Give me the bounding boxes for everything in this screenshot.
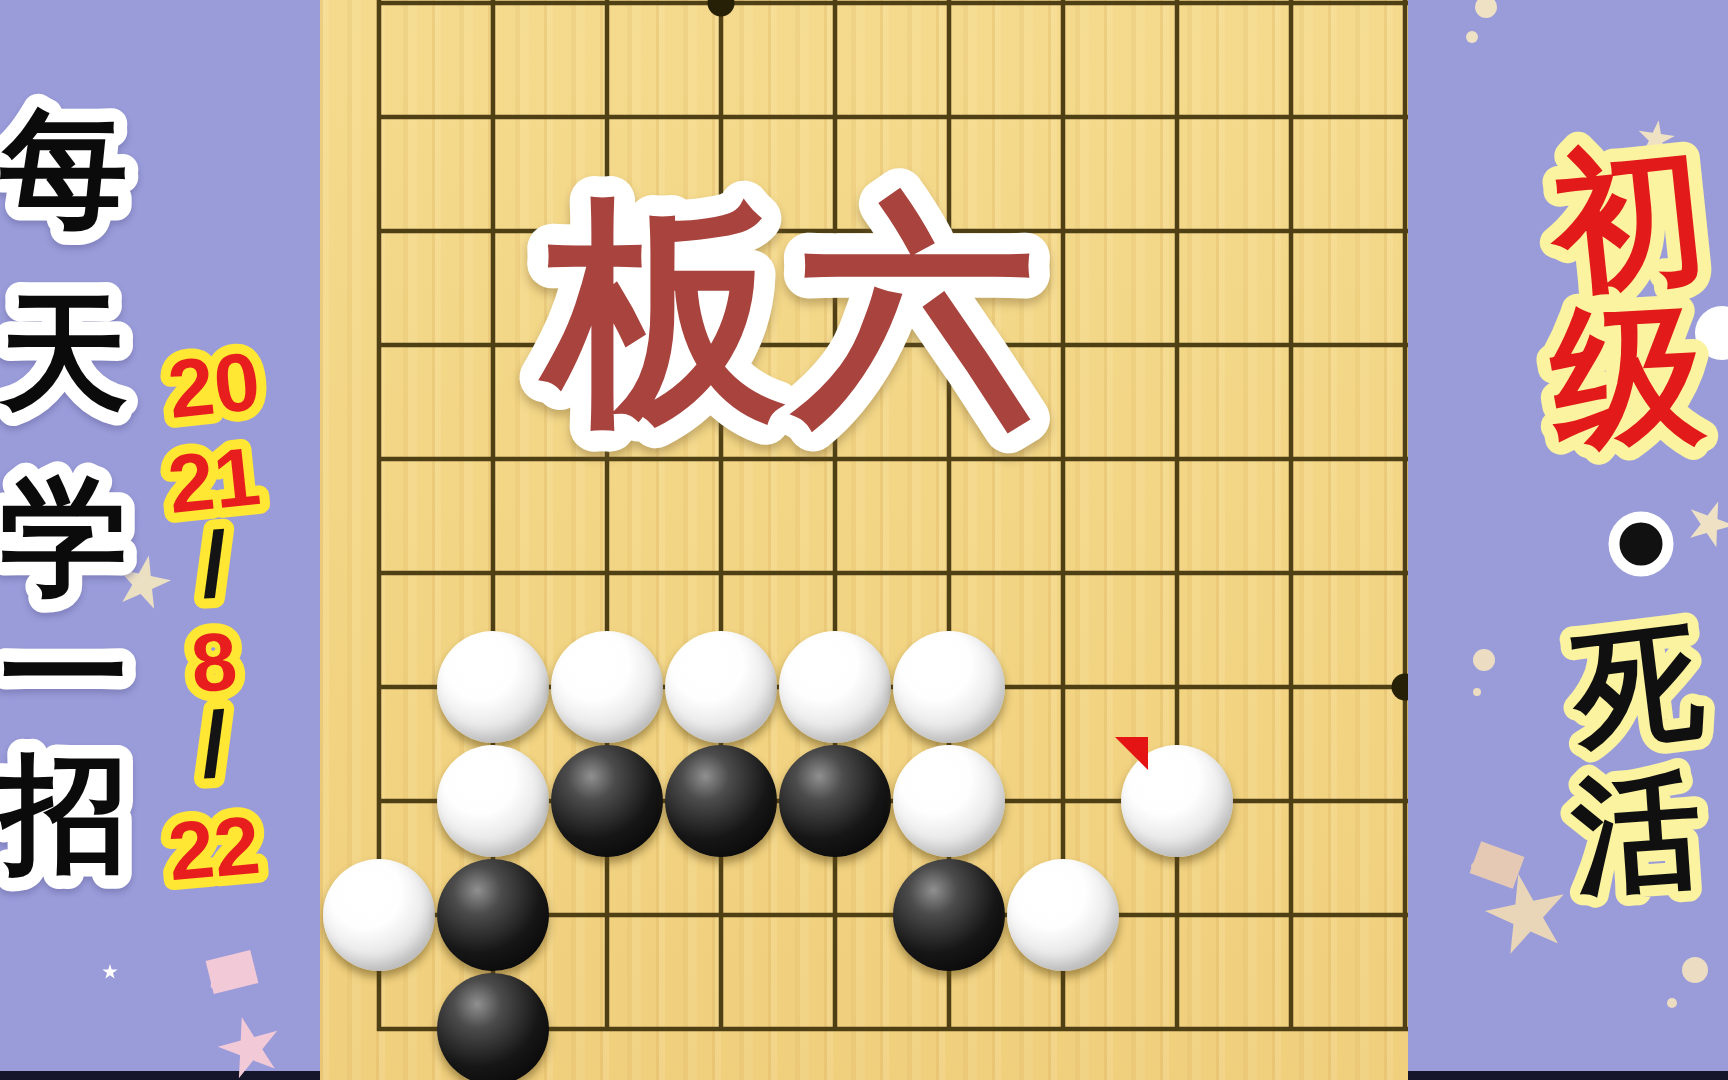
white-stone xyxy=(323,859,435,971)
white-stone xyxy=(437,631,549,743)
circle-decoration xyxy=(1667,998,1677,1008)
white-stone xyxy=(551,631,663,743)
star-point-D10 xyxy=(708,0,735,17)
letterbox-strip-left xyxy=(0,1071,320,1080)
white-stone xyxy=(893,745,1005,857)
black-stone xyxy=(551,745,663,857)
black-stone xyxy=(665,745,777,857)
circle-decoration xyxy=(1682,957,1708,983)
white-stone xyxy=(665,631,777,743)
black-stone xyxy=(779,745,891,857)
circle-decoration xyxy=(1473,688,1481,696)
go-board xyxy=(320,0,1408,1080)
left-sidebar xyxy=(0,0,320,1071)
black-stone xyxy=(437,973,549,1080)
black-stone xyxy=(893,859,1005,971)
black-stone xyxy=(437,859,549,971)
circle-decoration xyxy=(1473,649,1495,671)
star-point-K4 xyxy=(1392,674,1409,701)
circle-decoration xyxy=(1466,31,1478,43)
white-stone xyxy=(779,631,891,743)
video-frame: 板六 每天学一招2021/8/22初级死活 xyxy=(0,0,1728,1080)
white-stone xyxy=(1121,745,1233,857)
right-sidebar xyxy=(1408,0,1728,1071)
white-stone xyxy=(1007,859,1119,971)
white-stone xyxy=(437,745,549,857)
letterbox-strip-right xyxy=(1408,1071,1728,1080)
white-stone xyxy=(893,631,1005,743)
